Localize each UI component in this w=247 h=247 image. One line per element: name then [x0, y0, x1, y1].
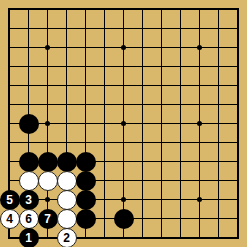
intersection[interactable]: [57, 76, 76, 95]
intersection[interactable]: [57, 171, 76, 190]
intersection[interactable]: [76, 38, 95, 57]
intersection[interactable]: [228, 228, 247, 247]
intersection[interactable]: [19, 133, 38, 152]
intersection[interactable]: [0, 19, 19, 38]
intersection[interactable]: [228, 95, 247, 114]
intersection[interactable]: [133, 76, 152, 95]
intersection[interactable]: [114, 133, 133, 152]
intersection[interactable]: [133, 209, 152, 228]
white-stone: [57, 190, 77, 210]
intersection[interactable]: [0, 152, 19, 171]
intersection[interactable]: [114, 114, 133, 133]
white-stone: 6: [19, 209, 39, 229]
intersection[interactable]: [0, 57, 19, 76]
intersection[interactable]: [209, 152, 228, 171]
intersection[interactable]: [57, 38, 76, 57]
intersection[interactable]: [95, 152, 114, 171]
intersection[interactable]: [190, 114, 209, 133]
star-point: [45, 45, 50, 50]
intersection[interactable]: [190, 0, 209, 19]
intersection[interactable]: [95, 57, 114, 76]
intersection[interactable]: [95, 114, 114, 133]
intersection[interactable]: [228, 133, 247, 152]
intersection[interactable]: [171, 228, 190, 247]
intersection[interactable]: [171, 0, 190, 19]
black-stone: [19, 152, 39, 172]
intersection[interactable]: [228, 19, 247, 38]
intersection[interactable]: [209, 190, 228, 209]
intersection[interactable]: [190, 209, 209, 228]
white-stone: 2: [57, 228, 77, 247]
intersection[interactable]: [209, 19, 228, 38]
intersection[interactable]: [19, 38, 38, 57]
intersection[interactable]: [190, 38, 209, 57]
intersection[interactable]: [133, 57, 152, 76]
intersection[interactable]: [76, 95, 95, 114]
intersection[interactable]: [0, 228, 19, 247]
intersection[interactable]: [228, 190, 247, 209]
intersection[interactable]: [0, 0, 19, 19]
intersection[interactable]: [190, 133, 209, 152]
intersection[interactable]: [19, 95, 38, 114]
intersection[interactable]: 1: [19, 228, 38, 247]
star-point: [197, 197, 202, 202]
intersection[interactable]: [152, 171, 171, 190]
intersection[interactable]: [76, 209, 95, 228]
intersection[interactable]: [171, 209, 190, 228]
intersection[interactable]: [57, 133, 76, 152]
star-point: [45, 197, 50, 202]
intersection[interactable]: [38, 228, 57, 247]
intersection[interactable]: [76, 171, 95, 190]
intersection[interactable]: 5: [0, 190, 19, 209]
intersection[interactable]: 7: [38, 209, 57, 228]
intersection[interactable]: [38, 152, 57, 171]
move-number: 6: [25, 213, 32, 225]
intersection[interactable]: [76, 190, 95, 209]
intersection[interactable]: [171, 76, 190, 95]
intersection[interactable]: [228, 171, 247, 190]
intersection[interactable]: [38, 190, 57, 209]
black-stone: [38, 152, 58, 172]
intersection[interactable]: [19, 171, 38, 190]
intersection[interactable]: [38, 133, 57, 152]
star-point: [45, 121, 50, 126]
intersection[interactable]: [76, 57, 95, 76]
intersection[interactable]: [57, 19, 76, 38]
star-point: [121, 45, 126, 50]
intersection[interactable]: [95, 95, 114, 114]
intersection[interactable]: [133, 171, 152, 190]
intersection[interactable]: [171, 190, 190, 209]
intersection[interactable]: [114, 228, 133, 247]
intersection[interactable]: [114, 76, 133, 95]
intersection[interactable]: [57, 209, 76, 228]
intersection[interactable]: [190, 152, 209, 171]
black-stone: 7: [38, 209, 58, 229]
intersection[interactable]: [228, 38, 247, 57]
intersection[interactable]: [114, 57, 133, 76]
intersection[interactable]: [114, 38, 133, 57]
intersection[interactable]: [114, 0, 133, 19]
intersection[interactable]: [114, 95, 133, 114]
intersection[interactable]: [171, 38, 190, 57]
intersection[interactable]: [190, 76, 209, 95]
intersection[interactable]: [95, 190, 114, 209]
intersection[interactable]: [133, 228, 152, 247]
intersection[interactable]: [57, 57, 76, 76]
black-stone: [76, 171, 96, 191]
intersection[interactable]: [228, 114, 247, 133]
intersection[interactable]: [95, 19, 114, 38]
intersection[interactable]: [209, 228, 228, 247]
intersection[interactable]: [209, 0, 228, 19]
intersection[interactable]: [209, 38, 228, 57]
intersection[interactable]: [76, 0, 95, 19]
intersection[interactable]: [57, 0, 76, 19]
intersection[interactable]: [209, 95, 228, 114]
intersection[interactable]: [76, 133, 95, 152]
intersection[interactable]: [209, 114, 228, 133]
move-number: 1: [25, 232, 32, 244]
intersection[interactable]: [228, 76, 247, 95]
white-stone: [57, 171, 77, 191]
intersection[interactable]: [190, 19, 209, 38]
intersection[interactable]: [133, 0, 152, 19]
intersection[interactable]: [114, 209, 133, 228]
intersection[interactable]: [171, 95, 190, 114]
intersection[interactable]: [152, 76, 171, 95]
intersection[interactable]: [38, 0, 57, 19]
intersection[interactable]: [19, 57, 38, 76]
intersection[interactable]: [190, 57, 209, 76]
intersection[interactable]: 4: [0, 209, 19, 228]
intersection[interactable]: [76, 114, 95, 133]
star-point: [121, 121, 126, 126]
intersection[interactable]: [152, 114, 171, 133]
intersection[interactable]: [190, 190, 209, 209]
move-number: 4: [6, 213, 13, 225]
intersection[interactable]: [152, 38, 171, 57]
intersection[interactable]: [57, 114, 76, 133]
intersection[interactable]: [209, 76, 228, 95]
go-board: 5346712: [0, 0, 247, 247]
white-stone: [19, 171, 39, 191]
star-point: [121, 197, 126, 202]
intersection[interactable]: [57, 190, 76, 209]
intersection[interactable]: 6: [19, 209, 38, 228]
intersection[interactable]: [76, 228, 95, 247]
intersection[interactable]: [76, 76, 95, 95]
intersection[interactable]: [133, 190, 152, 209]
intersection[interactable]: [209, 209, 228, 228]
intersection[interactable]: [19, 0, 38, 19]
intersection[interactable]: [38, 57, 57, 76]
intersection[interactable]: [114, 190, 133, 209]
intersection[interactable]: [57, 95, 76, 114]
intersection[interactable]: [152, 19, 171, 38]
intersection[interactable]: [114, 171, 133, 190]
intersection[interactable]: [133, 133, 152, 152]
black-stone: 3: [19, 190, 39, 210]
intersection[interactable]: [95, 171, 114, 190]
intersection[interactable]: [152, 190, 171, 209]
intersection[interactable]: [190, 171, 209, 190]
black-stone: [19, 114, 39, 134]
black-stone: [76, 152, 96, 172]
board-grid: 5346712: [0, 0, 247, 247]
move-number: 3: [25, 194, 32, 206]
intersection[interactable]: [0, 133, 19, 152]
move-number: 7: [44, 213, 51, 225]
intersection[interactable]: [38, 38, 57, 57]
intersection[interactable]: 3: [19, 190, 38, 209]
intersection[interactable]: [19, 152, 38, 171]
intersection[interactable]: [228, 152, 247, 171]
intersection[interactable]: [57, 152, 76, 171]
intersection[interactable]: [0, 114, 19, 133]
black-stone: [57, 152, 77, 172]
intersection[interactable]: [171, 19, 190, 38]
intersection[interactable]: [152, 209, 171, 228]
intersection[interactable]: [152, 95, 171, 114]
intersection[interactable]: [133, 38, 152, 57]
black-stone: [76, 209, 96, 229]
intersection[interactable]: [38, 114, 57, 133]
intersection[interactable]: [95, 228, 114, 247]
black-stone: [76, 190, 96, 210]
black-stone: [114, 209, 134, 229]
intersection[interactable]: [171, 57, 190, 76]
intersection[interactable]: [152, 133, 171, 152]
intersection[interactable]: [0, 171, 19, 190]
intersection[interactable]: [38, 171, 57, 190]
intersection[interactable]: [152, 57, 171, 76]
intersection[interactable]: [76, 19, 95, 38]
intersection[interactable]: [0, 38, 19, 57]
black-stone: 1: [19, 228, 39, 247]
intersection[interactable]: [209, 171, 228, 190]
intersection[interactable]: [171, 114, 190, 133]
intersection[interactable]: [19, 114, 38, 133]
star-point: [197, 121, 202, 126]
star-point: [197, 45, 202, 50]
intersection[interactable]: [171, 171, 190, 190]
intersection[interactable]: [228, 57, 247, 76]
intersection[interactable]: [190, 95, 209, 114]
intersection[interactable]: [190, 228, 209, 247]
intersection[interactable]: [152, 152, 171, 171]
white-stone: [57, 209, 77, 229]
intersection[interactable]: [76, 152, 95, 171]
intersection[interactable]: [152, 228, 171, 247]
intersection[interactable]: [133, 19, 152, 38]
white-stone: [38, 171, 58, 191]
intersection[interactable]: [38, 76, 57, 95]
intersection[interactable]: [19, 76, 38, 95]
intersection[interactable]: [209, 133, 228, 152]
move-number: 2: [63, 232, 70, 244]
intersection[interactable]: [19, 19, 38, 38]
move-number: 5: [6, 194, 13, 206]
intersection[interactable]: [95, 133, 114, 152]
intersection[interactable]: [228, 209, 247, 228]
intersection[interactable]: [95, 76, 114, 95]
intersection[interactable]: [171, 133, 190, 152]
intersection[interactable]: [0, 76, 19, 95]
intersection[interactable]: [95, 38, 114, 57]
white-stone: 4: [0, 209, 20, 229]
intersection[interactable]: [0, 95, 19, 114]
intersection[interactable]: [171, 152, 190, 171]
intersection[interactable]: [133, 114, 152, 133]
intersection[interactable]: [133, 152, 152, 171]
intersection[interactable]: [209, 57, 228, 76]
intersection[interactable]: [152, 0, 171, 19]
black-stone: 5: [0, 190, 20, 210]
intersection[interactable]: [95, 209, 114, 228]
intersection[interactable]: [38, 95, 57, 114]
intersection[interactable]: 2: [57, 228, 76, 247]
intersection[interactable]: [114, 152, 133, 171]
intersection[interactable]: [38, 19, 57, 38]
intersection[interactable]: [95, 0, 114, 19]
intersection[interactable]: [228, 0, 247, 19]
intersection[interactable]: [114, 19, 133, 38]
intersection[interactable]: [133, 95, 152, 114]
